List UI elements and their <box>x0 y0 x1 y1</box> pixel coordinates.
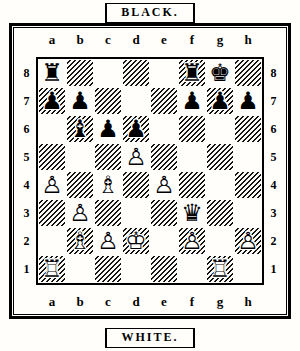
square-e3[interactable] <box>150 199 178 227</box>
square-d2[interactable]: ♚♔ <box>122 227 150 255</box>
top-caption-row: BLACK. <box>0 2 300 23</box>
rank-label-4: 4 <box>264 171 283 199</box>
white-pawn-icon: ♟ <box>122 143 150 171</box>
square-h8[interactable] <box>234 59 262 87</box>
white-pawn-outline-icon: ♙ <box>234 227 262 255</box>
square-b3[interactable]: ♟♙ <box>66 199 94 227</box>
square-d8[interactable] <box>122 59 150 87</box>
bottom-caption-row: WHITE. <box>0 327 300 348</box>
rank-label-7: 7 <box>17 87 36 115</box>
white-pawn-outline-icon: ♙ <box>122 143 150 171</box>
file-label-g: g <box>206 29 234 51</box>
file-label-e: e <box>150 29 178 51</box>
white-bishop-outline-icon: ♗ <box>94 171 122 199</box>
square-f3[interactable]: ♛ <box>178 199 206 227</box>
board-inner-frame: abcdefgh 87654321 ♜♜♚♟♟♟♟♟♝♟♟♟♙♟♙♝♗♟♙♟♙♛… <box>13 27 287 315</box>
white-pawn-icon: ♟ <box>38 171 66 199</box>
board: ♜♜♚♟♟♟♟♟♝♟♟♟♙♟♙♝♗♟♙♟♙♛♝♗♟♙♚♔♟♙♟♙♜♖♜♖ <box>36 57 264 285</box>
file-label-a: a <box>38 29 66 51</box>
file-label-a: a <box>38 291 66 313</box>
chess-diagram-page: BLACK. abcdefgh 87654321 ♜♜♚♟♟♟♟♟♝♟♟♟♙♟♙… <box>0 0 300 351</box>
white-side-label: WHITE. <box>105 328 194 348</box>
square-d7[interactable] <box>122 87 150 115</box>
rank-label-5: 5 <box>264 143 283 171</box>
white-pawn-outline-icon: ♙ <box>38 171 66 199</box>
black-pawn-icon: ♟ <box>178 87 206 115</box>
square-e4[interactable]: ♟♙ <box>150 171 178 199</box>
black-side-label: BLACK. <box>105 3 195 23</box>
file-labels-bottom: abcdefgh <box>38 291 262 313</box>
square-h6[interactable] <box>234 115 262 143</box>
white-rook-icon: ♜ <box>38 255 66 283</box>
square-e2[interactable] <box>150 227 178 255</box>
white-rook-outline-icon: ♖ <box>38 255 66 283</box>
white-pawn-icon: ♟ <box>234 227 262 255</box>
square-h2[interactable]: ♟♙ <box>234 227 262 255</box>
white-king-outline-icon: ♔ <box>122 227 150 255</box>
file-label-d: d <box>122 291 150 313</box>
rank-label-1: 1 <box>17 255 36 283</box>
square-a7[interactable]: ♟ <box>38 87 66 115</box>
white-pawn-outline-icon: ♙ <box>178 227 206 255</box>
square-c4[interactable]: ♝♗ <box>94 171 122 199</box>
file-label-b: b <box>66 291 94 313</box>
square-f4[interactable] <box>178 171 206 199</box>
square-f2[interactable]: ♟♙ <box>178 227 206 255</box>
black-rook-icon: ♜ <box>178 59 206 87</box>
square-c3[interactable] <box>94 199 122 227</box>
square-d3[interactable] <box>122 199 150 227</box>
square-c6[interactable]: ♟ <box>94 115 122 143</box>
square-c8[interactable] <box>94 59 122 87</box>
rank-label-3: 3 <box>17 199 36 227</box>
square-a4[interactable]: ♟♙ <box>38 171 66 199</box>
square-d6[interactable]: ♟ <box>122 115 150 143</box>
white-rook-icon: ♜ <box>206 255 234 283</box>
white-pawn-outline-icon: ♙ <box>150 171 178 199</box>
rank-labels-left: 87654321 <box>17 59 36 283</box>
file-label-c: c <box>94 29 122 51</box>
square-a2[interactable] <box>38 227 66 255</box>
rank-label-6: 6 <box>264 115 283 143</box>
rank-label-5: 5 <box>17 143 36 171</box>
square-h5[interactable] <box>234 143 262 171</box>
square-f5[interactable] <box>178 143 206 171</box>
white-pawn-outline-icon: ♙ <box>66 199 94 227</box>
file-label-d: d <box>122 29 150 51</box>
square-f7[interactable]: ♟ <box>178 87 206 115</box>
square-e5[interactable] <box>150 143 178 171</box>
white-bishop-icon: ♝ <box>94 171 122 199</box>
square-b2[interactable]: ♝♗ <box>66 227 94 255</box>
square-g3[interactable] <box>206 199 234 227</box>
white-pawn-icon: ♟ <box>150 171 178 199</box>
board-outer-frame: abcdefgh 87654321 ♜♜♚♟♟♟♟♟♝♟♟♟♙♟♙♝♗♟♙♟♙♛… <box>9 23 291 319</box>
square-a1[interactable]: ♜♖ <box>38 255 66 283</box>
rank-label-7: 7 <box>264 87 283 115</box>
file-label-c: c <box>94 291 122 313</box>
square-d4[interactable] <box>122 171 150 199</box>
rank-label-2: 2 <box>17 227 36 255</box>
white-bishop-icon: ♝ <box>66 227 94 255</box>
rank-label-3: 3 <box>264 199 283 227</box>
square-g8[interactable]: ♚ <box>206 59 234 87</box>
square-b1[interactable] <box>66 255 94 283</box>
square-e6[interactable] <box>150 115 178 143</box>
square-d1[interactable] <box>122 255 150 283</box>
square-a8[interactable]: ♜ <box>38 59 66 87</box>
file-label-b: b <box>66 29 94 51</box>
file-labels-top: abcdefgh <box>38 29 262 51</box>
square-g6[interactable] <box>206 115 234 143</box>
file-label-h: h <box>234 29 262 51</box>
square-g4[interactable] <box>206 171 234 199</box>
black-pawn-icon: ♟ <box>206 87 234 115</box>
file-label-e: e <box>150 291 178 313</box>
square-b7[interactable]: ♟ <box>66 87 94 115</box>
file-label-f: f <box>178 291 206 313</box>
white-pawn-icon: ♟ <box>94 227 122 255</box>
square-h4[interactable] <box>234 171 262 199</box>
square-g2[interactable] <box>206 227 234 255</box>
square-f1[interactable] <box>178 255 206 283</box>
square-c5[interactable] <box>94 143 122 171</box>
black-pawn-icon: ♟ <box>94 115 122 143</box>
square-g5[interactable] <box>206 143 234 171</box>
rank-label-4: 4 <box>17 171 36 199</box>
rank-label-8: 8 <box>264 59 283 87</box>
square-g7[interactable]: ♟ <box>206 87 234 115</box>
rank-label-2: 2 <box>264 227 283 255</box>
file-label-g: g <box>206 291 234 313</box>
square-e7[interactable] <box>150 87 178 115</box>
black-rook-icon: ♜ <box>38 59 66 87</box>
square-c2[interactable]: ♟♙ <box>94 227 122 255</box>
black-pawn-icon: ♟ <box>38 87 66 115</box>
rank-label-1: 1 <box>264 255 283 283</box>
square-b4[interactable] <box>66 171 94 199</box>
rank-label-8: 8 <box>17 59 36 87</box>
white-pawn-icon: ♟ <box>66 199 94 227</box>
white-bishop-outline-icon: ♗ <box>66 227 94 255</box>
white-rook-outline-icon: ♖ <box>206 255 234 283</box>
square-e1[interactable] <box>150 255 178 283</box>
square-c1[interactable] <box>94 255 122 283</box>
square-a6[interactable] <box>38 115 66 143</box>
file-label-h: h <box>234 291 262 313</box>
square-a5[interactable] <box>38 143 66 171</box>
white-pawn-icon: ♟ <box>178 227 206 255</box>
square-f6[interactable] <box>178 115 206 143</box>
square-g1[interactable]: ♜♖ <box>206 255 234 283</box>
square-a3[interactable] <box>38 199 66 227</box>
black-queen-icon: ♛ <box>178 199 206 227</box>
black-pawn-icon: ♟ <box>234 87 262 115</box>
rank-labels-right: 87654321 <box>264 59 283 283</box>
square-e8[interactable] <box>150 59 178 87</box>
white-pawn-outline-icon: ♙ <box>94 227 122 255</box>
square-d5[interactable]: ♟♙ <box>122 143 150 171</box>
board-middle-row: 87654321 ♜♜♚♟♟♟♟♟♝♟♟♟♙♟♙♝♗♟♙♟♙♛♝♗♟♙♚♔♟♙♟… <box>17 57 283 285</box>
square-b8[interactable] <box>66 59 94 87</box>
square-f8[interactable]: ♜ <box>178 59 206 87</box>
square-h3[interactable] <box>234 199 262 227</box>
black-pawn-icon: ♟ <box>122 115 150 143</box>
square-h1[interactable] <box>234 255 262 283</box>
file-label-f: f <box>178 29 206 51</box>
square-h7[interactable]: ♟ <box>234 87 262 115</box>
square-b5[interactable] <box>66 143 94 171</box>
black-pawn-icon: ♟ <box>66 87 94 115</box>
square-c7[interactable] <box>94 87 122 115</box>
white-king-icon: ♚ <box>122 227 150 255</box>
rank-label-6: 6 <box>17 115 36 143</box>
black-king-icon: ♚ <box>206 59 234 87</box>
square-b6[interactable]: ♝ <box>66 115 94 143</box>
black-bishop-icon: ♝ <box>66 115 94 143</box>
